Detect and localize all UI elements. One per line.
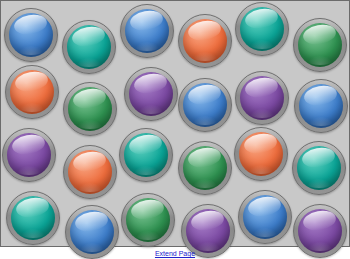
bubble-r4c1-teal[interactable] xyxy=(6,191,60,245)
bubble-gloss-highlight xyxy=(74,209,110,233)
bubble-bottom-reflection xyxy=(139,105,163,114)
bubble-face xyxy=(298,209,342,253)
bubble-r2c3-purple[interactable] xyxy=(124,67,178,121)
bubble-bottom-reflection xyxy=(193,179,217,188)
bubble-face xyxy=(240,76,284,120)
bubble-r3c2-orange[interactable] xyxy=(63,145,117,199)
bubble-gloss-highlight xyxy=(72,149,108,173)
bubble-r2c5-purple[interactable] xyxy=(235,71,289,125)
bubble-face xyxy=(125,9,169,53)
bubble-gloss-highlight xyxy=(190,208,226,232)
bubble-r1c4-orange[interactable] xyxy=(178,14,232,68)
bubble-r4c5-blue[interactable] xyxy=(238,190,292,244)
bubble-r1c2-teal[interactable] xyxy=(62,20,116,74)
bubble-bottom-reflection xyxy=(307,179,331,188)
bubble-bottom-reflection xyxy=(250,109,274,118)
bubble-bottom-reflection xyxy=(193,52,217,61)
bubble-gloss-highlight xyxy=(72,86,108,110)
bubble-gloss-highlight xyxy=(301,145,337,169)
bubble-face xyxy=(7,133,51,177)
bubble-r3c6-teal[interactable] xyxy=(292,141,346,195)
bubble-gloss-highlight xyxy=(187,82,223,106)
bubble-bottom-reflection xyxy=(136,231,160,240)
bubble-face xyxy=(68,87,112,131)
bubble-face xyxy=(183,83,227,127)
bubble-gloss-highlight xyxy=(244,75,280,99)
bubble-gloss-highlight xyxy=(187,145,223,169)
bubble-bottom-reflection xyxy=(134,166,158,175)
bubble-bottom-reflection xyxy=(17,166,41,175)
bubble-face xyxy=(9,13,53,57)
bubble-r2c4-blue[interactable] xyxy=(178,78,232,132)
bubble-face xyxy=(126,198,170,242)
bubble-r4c2-blue[interactable] xyxy=(65,205,119,259)
bubble-bottom-reflection xyxy=(308,242,332,251)
bubble-face xyxy=(298,23,342,67)
bubble-face xyxy=(183,19,227,63)
bubble-r3c3-teal[interactable] xyxy=(119,128,173,182)
bubble-r3c5-orange[interactable] xyxy=(234,127,288,181)
bubble-bottom-reflection xyxy=(77,58,101,67)
bubble-gloss-highlight xyxy=(15,195,51,219)
bubble-r4c6-purple[interactable] xyxy=(293,204,347,258)
bubble-face xyxy=(240,7,284,51)
bubble-r2c2-green[interactable] xyxy=(63,82,117,136)
bubble-bottom-reflection xyxy=(78,120,102,129)
bubble-gloss-highlight xyxy=(133,71,169,95)
bubble-gloss-highlight xyxy=(302,22,338,46)
bubble-bottom-reflection xyxy=(250,40,274,49)
bubble-bottom-reflection xyxy=(196,242,220,251)
bubble-r1c5-teal[interactable] xyxy=(235,2,289,56)
bubble-face xyxy=(243,195,287,239)
bubble-face xyxy=(70,210,114,254)
bubble-bottom-reflection xyxy=(21,229,45,238)
extend-page-link[interactable]: Extend Page xyxy=(155,249,195,258)
bubble-gloss-highlight xyxy=(11,132,47,156)
bubble-r3c4-green[interactable] xyxy=(178,141,232,195)
bubble-r2c1-orange[interactable] xyxy=(5,65,59,119)
bubble-face xyxy=(239,132,283,176)
bubble-bottom-reflection xyxy=(308,56,332,65)
bubble-face xyxy=(10,70,54,114)
bubble-bottom-reflection xyxy=(249,165,273,174)
bubble-face xyxy=(299,84,343,128)
bubble-face xyxy=(129,72,173,116)
bubble-face xyxy=(68,150,112,194)
bubble-face xyxy=(67,25,111,69)
bubble-gloss-highlight xyxy=(71,24,107,48)
bubble-bottom-reflection xyxy=(80,243,104,252)
bubble-gloss-highlight xyxy=(129,8,165,32)
bubble-face xyxy=(186,209,230,253)
bubble-bottom-reflection xyxy=(309,117,333,126)
bubble-bottom-reflection xyxy=(253,228,277,237)
bubble-face xyxy=(124,133,168,177)
bubble-bottom-reflection xyxy=(78,183,102,192)
bubble-face xyxy=(11,196,55,240)
bubble-gloss-highlight xyxy=(247,194,283,218)
bubble-gloss-highlight xyxy=(303,83,339,107)
bubble-r1c6-green[interactable] xyxy=(293,18,347,72)
bubble-r1c3-blue[interactable] xyxy=(120,4,174,58)
notebook-page: Extend Page xyxy=(0,0,350,259)
bubble-bottom-reflection xyxy=(193,116,217,125)
bubble-gloss-highlight xyxy=(302,208,338,232)
bubble-face xyxy=(183,146,227,190)
bubble-bottom-reflection xyxy=(20,103,44,112)
bubble-gloss-highlight xyxy=(243,131,279,155)
bubble-r2c6-blue[interactable] xyxy=(294,79,348,133)
bubble-r3c1-purple[interactable] xyxy=(2,128,56,182)
bubble-bottom-reflection xyxy=(19,46,43,55)
bubble-r1c1-blue[interactable] xyxy=(4,8,58,62)
bubble-r4c3-green[interactable] xyxy=(121,193,175,247)
bubble-gloss-highlight xyxy=(128,132,164,156)
bubble-gloss-highlight xyxy=(13,12,49,36)
bubble-gloss-highlight xyxy=(130,197,166,221)
bubble-face xyxy=(297,146,341,190)
bubble-gloss-highlight xyxy=(187,18,223,42)
bubble-gloss-highlight xyxy=(244,6,280,30)
bubble-gloss-highlight xyxy=(14,69,50,93)
bubble-bottom-reflection xyxy=(135,42,159,51)
